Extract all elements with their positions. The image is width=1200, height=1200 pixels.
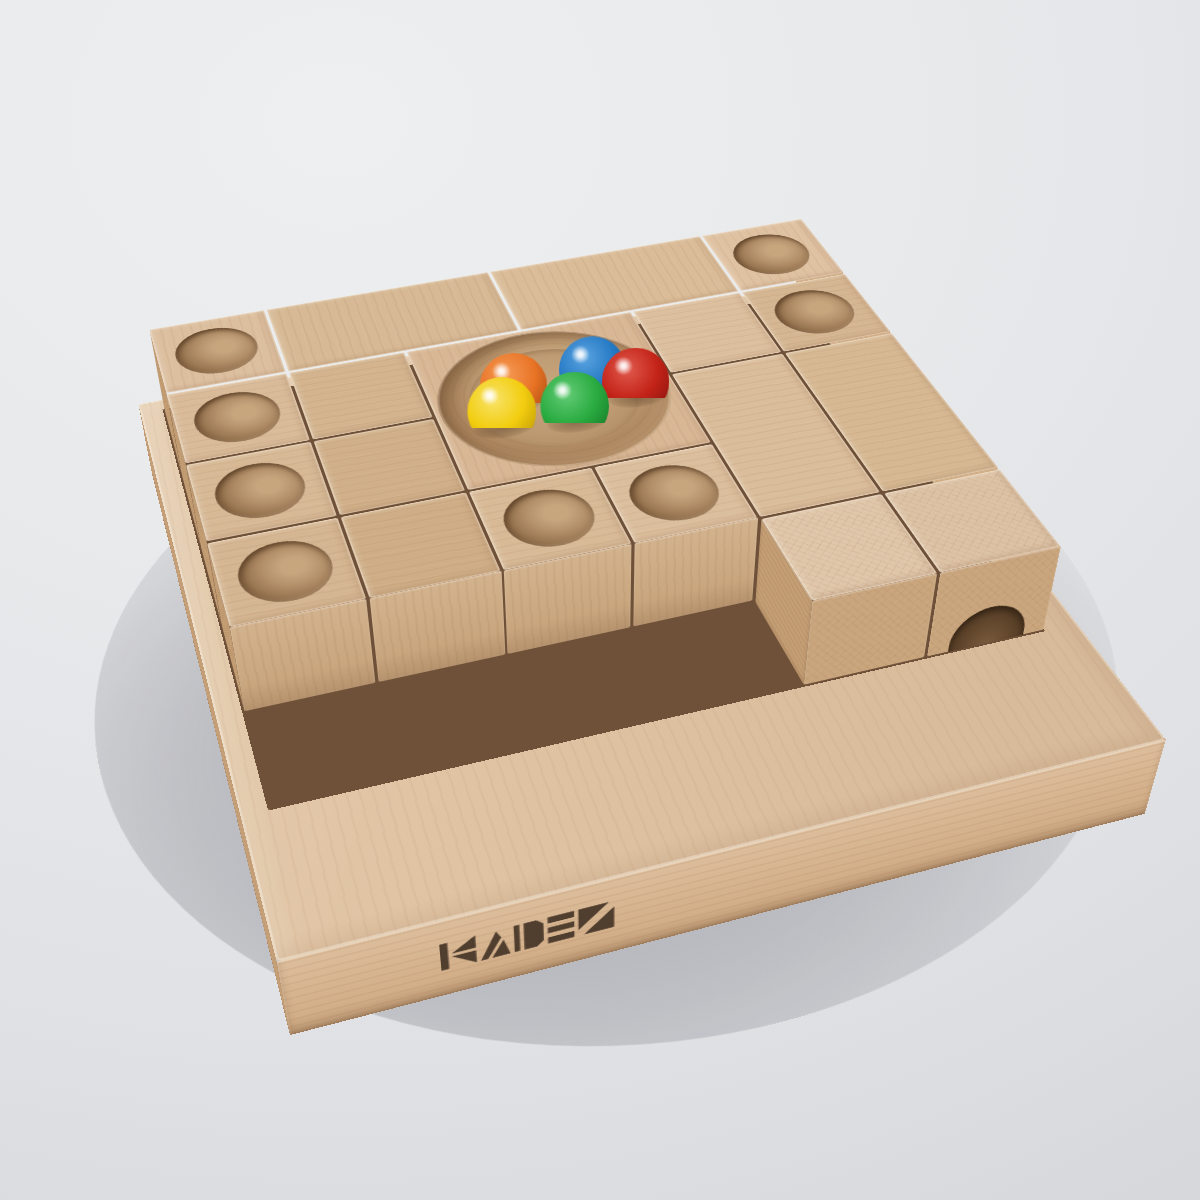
marble-pocket-hole <box>208 456 313 525</box>
marble-pocket-hole <box>763 285 867 339</box>
marble-pocket-hole <box>493 482 606 554</box>
marble-pocket-hole <box>170 322 265 379</box>
product-photo: KADEN <box>0 0 1200 1200</box>
brand-logo-text: KADEN <box>617 896 618 897</box>
marble-pocket-hole <box>618 458 732 527</box>
marble-pocket-hole <box>723 229 822 279</box>
block-r4c1-hole <box>222 601 375 712</box>
marble-pocket-hole <box>230 533 341 609</box>
marble-pocket-hole <box>188 386 287 449</box>
